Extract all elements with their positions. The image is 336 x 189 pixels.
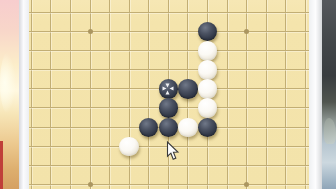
red-edge-sliver xyxy=(0,141,3,189)
grid-vline xyxy=(31,0,32,189)
grid-vline xyxy=(109,0,110,189)
grid-hline xyxy=(29,146,309,147)
stone-white xyxy=(198,60,218,80)
star-point xyxy=(244,182,249,187)
grid-hline xyxy=(29,50,309,51)
gomoku-board[interactable] xyxy=(29,0,309,189)
stone-black xyxy=(198,22,218,42)
grid-hline xyxy=(29,184,309,185)
grid-vline xyxy=(148,0,149,189)
screenshot-root xyxy=(0,0,336,189)
stone-black xyxy=(139,118,159,138)
grid-vline xyxy=(129,0,130,189)
grid-vline xyxy=(305,0,306,189)
grid-vline xyxy=(285,0,286,189)
grid-vline xyxy=(50,0,51,189)
star-point xyxy=(88,182,93,187)
grid-hline xyxy=(29,12,309,13)
grid-hline xyxy=(29,165,309,166)
stone-white xyxy=(198,79,218,99)
star-point xyxy=(244,29,249,34)
left-webcam-strip xyxy=(0,0,19,189)
grid-hline xyxy=(29,69,309,70)
stone-black xyxy=(198,118,218,138)
stone-white xyxy=(178,118,198,138)
star-point xyxy=(88,29,93,34)
board-frame-right xyxy=(309,0,323,189)
grid-vline xyxy=(227,0,228,189)
stone-black xyxy=(159,118,179,138)
inward-triangles-marker-icon xyxy=(163,84,174,95)
stone-black xyxy=(178,79,198,99)
grid-hline xyxy=(29,31,309,32)
grid-vline xyxy=(266,0,267,189)
webcam-person-shape xyxy=(324,118,336,144)
webcam-highlight xyxy=(0,52,16,114)
board-frame-left xyxy=(19,0,29,189)
stone-white xyxy=(119,137,139,157)
stone-black xyxy=(159,98,179,118)
stone-white xyxy=(198,98,218,118)
stone-white xyxy=(198,41,218,61)
grid-vline xyxy=(70,0,71,189)
right-webcam-strip xyxy=(322,0,336,189)
stone-black-last-move xyxy=(159,79,179,99)
